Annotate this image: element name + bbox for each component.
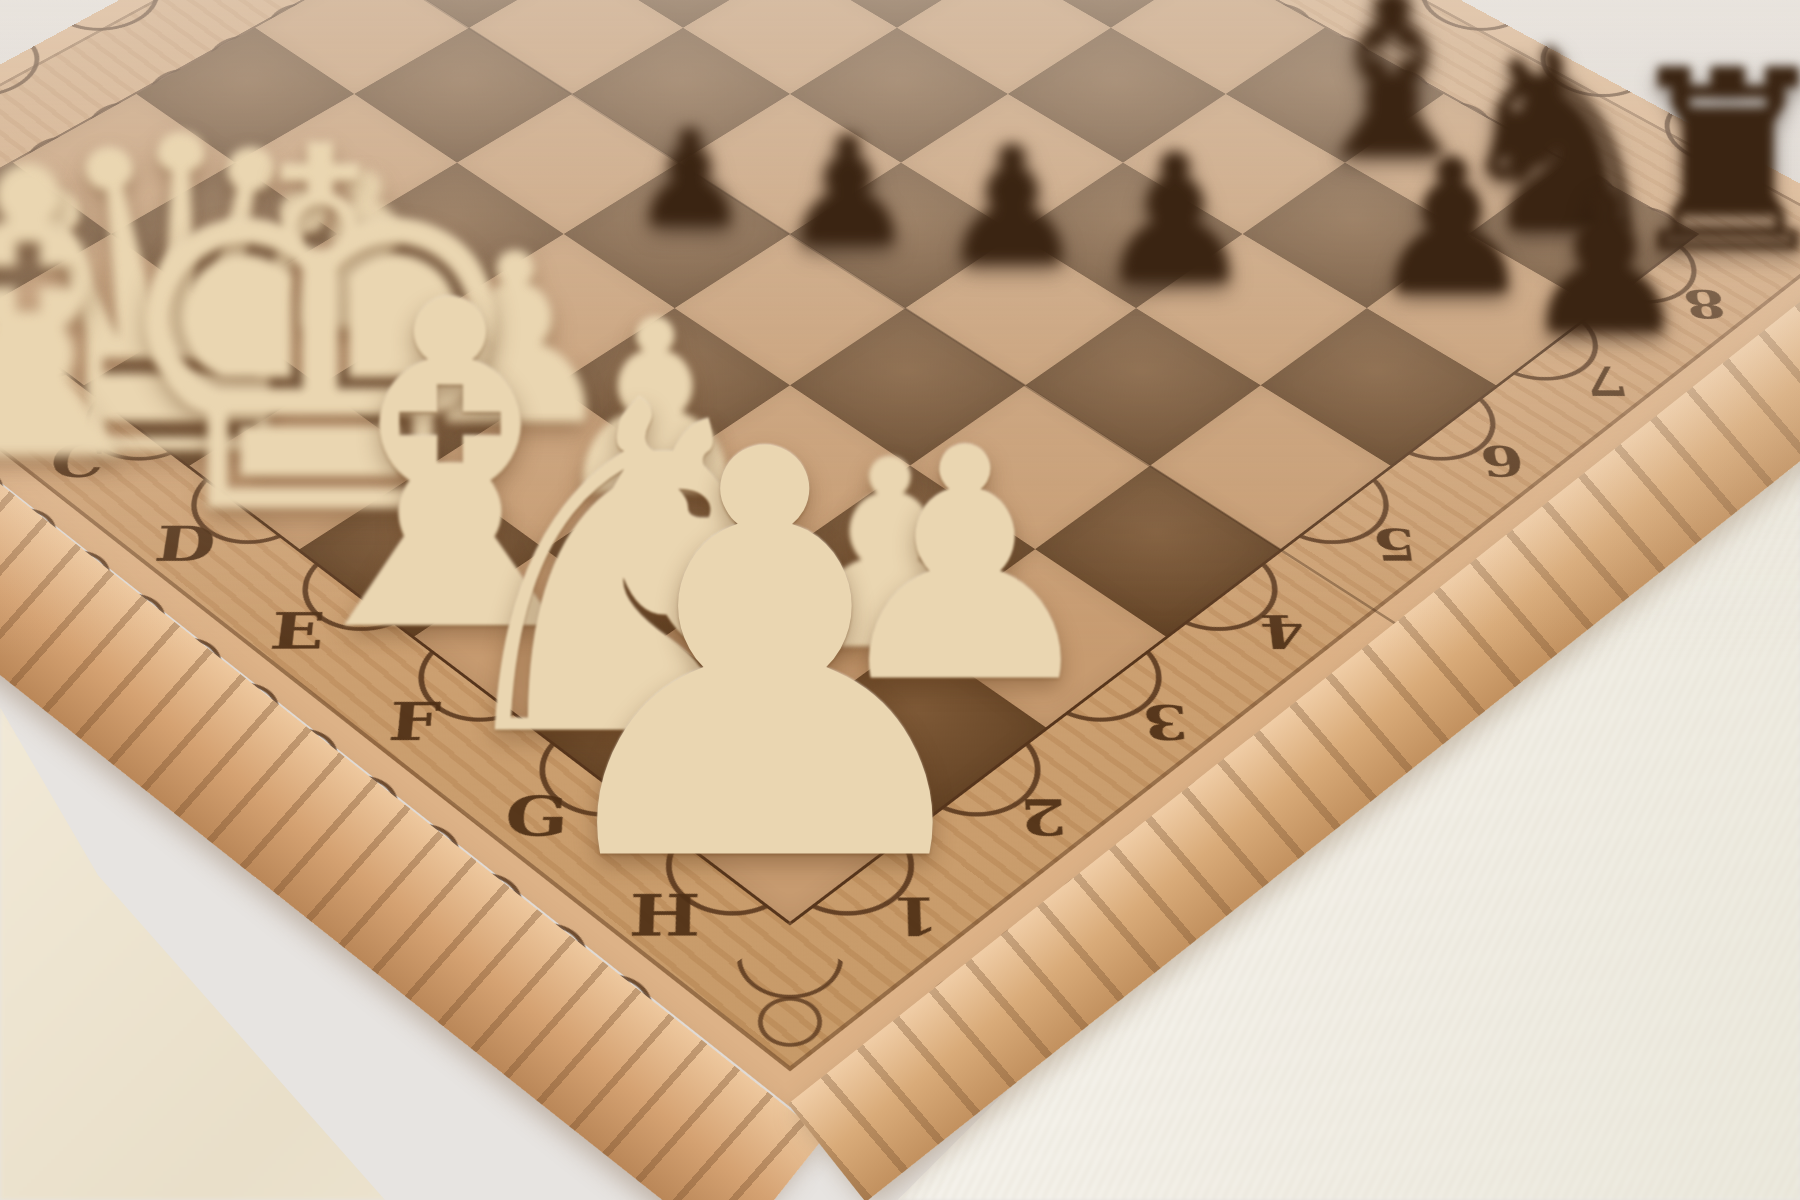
pieces-layer: ♝♛♟♚♟♝♟♞♟♟♟♟♟♟♟♝♟♞♟♜ bbox=[0, 0, 1800, 1200]
white-pawn-h1: ♟ bbox=[514, 379, 1016, 939]
black-pawn-e7: ♟ bbox=[939, 125, 1084, 287]
black-pawn-f7: ♟ bbox=[1095, 131, 1255, 309]
black-pawn-h7: ♟ bbox=[1519, 169, 1691, 361]
photo-stage: ABCDEFGH 12345678 ♝♛♟♚♟♝♟♞♟♟♟♟♟♟♟♝♟♞♟♜ bbox=[0, 0, 1800, 1200]
black-pawn-d7: ♟ bbox=[781, 116, 915, 266]
black-pawn-g7: ♟ bbox=[1369, 135, 1535, 320]
